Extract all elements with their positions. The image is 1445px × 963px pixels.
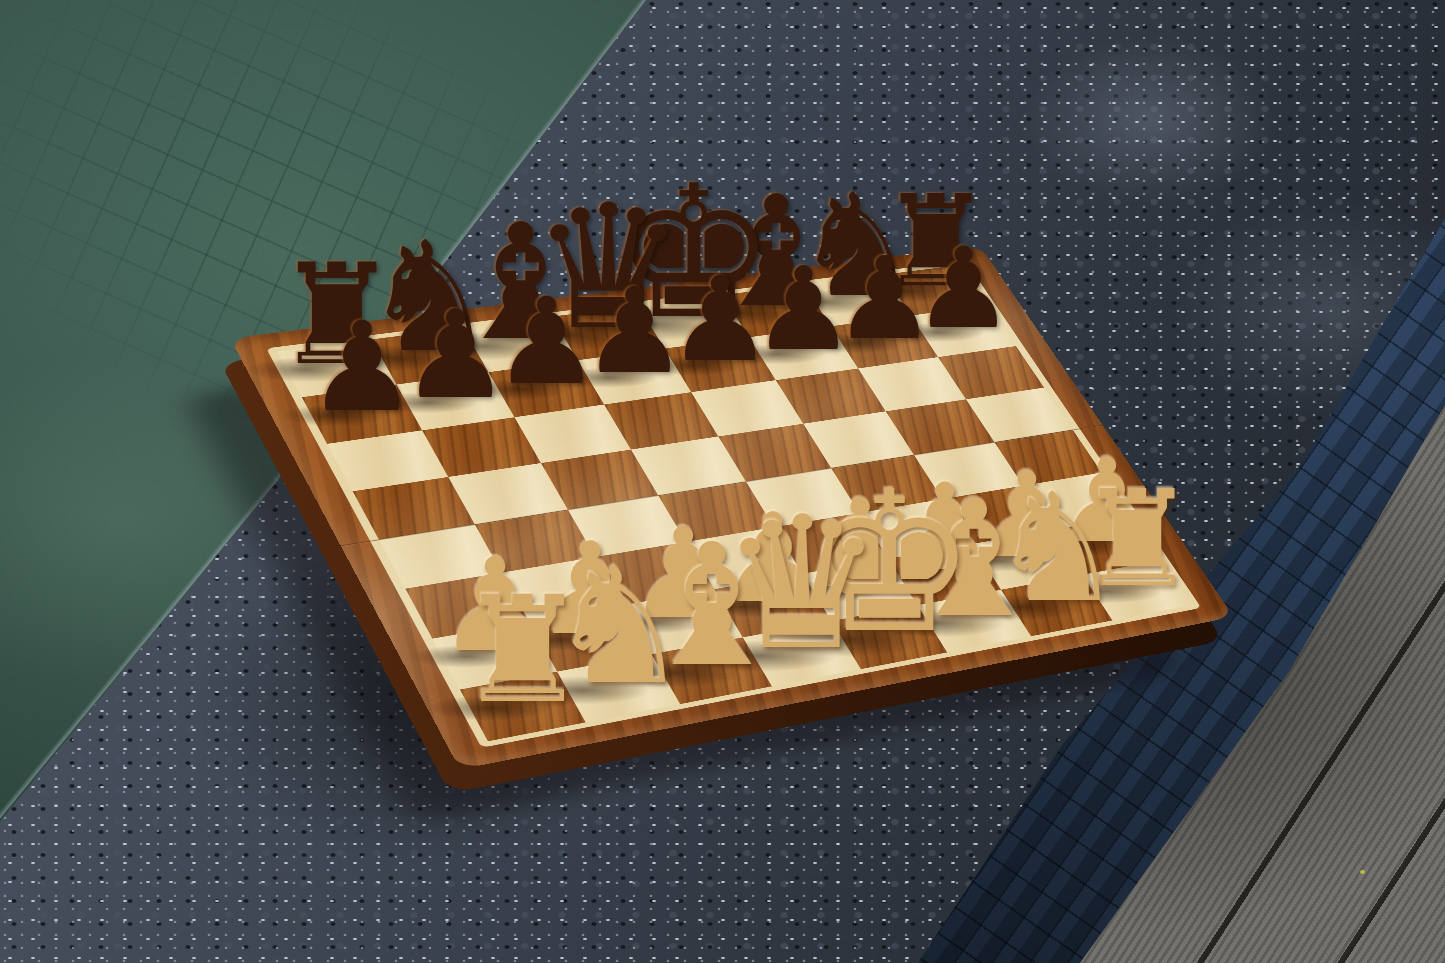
rook-glyph: ♜ xyxy=(457,577,589,724)
photo-scene: ♜♞♝♛♚♝♞♜♟♟♟♟♟♟♟♟♟♟♟♟♟♟♟♟♜♞♝♛♚♝♞♜ xyxy=(0,0,1445,963)
pawn-glyph: ♟ xyxy=(307,305,418,429)
piece-white-rook-a1: ♜ xyxy=(457,577,589,724)
piece-black-pawn-a7: ♟ xyxy=(307,305,418,429)
pieces-layer: ♜♞♝♛♚♝♞♜♟♟♟♟♟♟♟♟♟♟♟♟♟♟♟♟♜♞♝♛♚♝♞♜ xyxy=(0,0,1445,963)
